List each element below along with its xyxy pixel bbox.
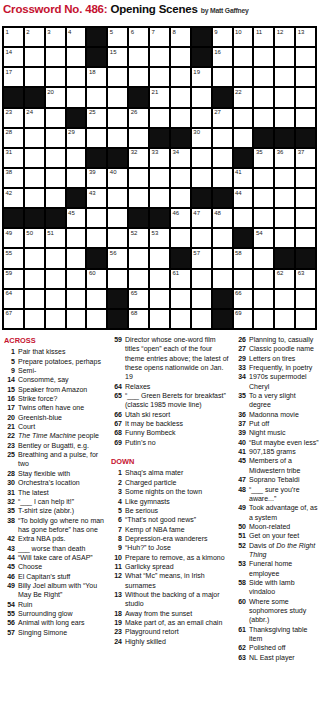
white-cell[interactable] — [45, 47, 66, 67]
clue-down-18: 18Away from the sunset — [109, 609, 230, 618]
white-cell[interactable] — [295, 87, 316, 107]
clue-text: Semi- — [18, 366, 104, 375]
white-cell[interactable] — [149, 67, 170, 87]
white-cell[interactable] — [66, 87, 87, 107]
white-cell[interactable] — [128, 47, 149, 67]
clue-text: “But maybe even less” — [249, 438, 319, 447]
white-cell[interactable] — [274, 67, 295, 87]
white-cell[interactable] — [149, 108, 170, 128]
clue-text: “___ sure you’re aware...” — [249, 485, 319, 504]
cell-number: 5 — [110, 29, 113, 36]
white-cell[interactable] — [45, 309, 66, 329]
white-cell[interactable]: 28 — [3, 128, 24, 148]
clue-across-31: 31The latest — [2, 488, 104, 497]
white-cell[interactable]: 34 — [170, 148, 191, 168]
clue-number: 37 — [233, 419, 249, 428]
white-cell[interactable] — [86, 289, 107, 309]
black-cell — [24, 87, 45, 107]
clue-across-32: 32“___ I can help it!” — [2, 497, 104, 506]
clue-text: Make part of, as an email chain — [125, 618, 230, 627]
white-cell[interactable] — [212, 228, 233, 248]
white-cell[interactable] — [253, 289, 274, 309]
white-cell[interactable]: 38 — [3, 168, 24, 188]
clue-down-13: 13Without the backing of a major studio — [109, 590, 230, 609]
white-cell[interactable] — [253, 309, 274, 329]
white-cell[interactable] — [274, 228, 295, 248]
white-cell[interactable] — [233, 208, 254, 228]
white-cell[interactable] — [24, 168, 45, 188]
clue-text: Billy Joel album with “You May Be Right” — [18, 581, 104, 600]
clue-number: 15 — [2, 385, 18, 394]
white-cell[interactable]: 22 — [233, 87, 254, 107]
white-cell[interactable] — [66, 228, 87, 248]
clue-text: Kemp of NBA fame — [125, 525, 230, 534]
clue-down-6: 6“That’s not good news” — [109, 515, 230, 524]
white-cell[interactable]: 35 — [253, 148, 274, 168]
white-cell[interactable] — [212, 168, 233, 188]
cell-number: 26 — [131, 109, 138, 116]
white-cell[interactable] — [295, 47, 316, 67]
white-cell[interactable] — [66, 67, 87, 87]
white-cell[interactable]: 68 — [128, 309, 149, 329]
white-cell[interactable] — [170, 168, 191, 188]
white-cell[interactable] — [45, 128, 66, 148]
white-cell[interactable]: 39 — [86, 168, 107, 188]
cell-number: 65 — [131, 290, 138, 297]
clue-text: T-shirt size (abbr.) — [18, 506, 104, 515]
white-cell[interactable]: 47 — [191, 208, 212, 228]
white-cell[interactable] — [107, 188, 128, 208]
white-cell[interactable]: 9 — [212, 27, 233, 47]
white-cell[interactable] — [253, 87, 274, 107]
white-cell[interactable] — [253, 47, 274, 67]
white-cell[interactable] — [66, 47, 87, 67]
black-cell — [212, 289, 233, 309]
white-cell[interactable] — [191, 289, 212, 309]
white-cell[interactable]: 53 — [149, 228, 170, 248]
clue-down-2: 2Charged particle — [109, 478, 230, 487]
white-cell[interactable]: 45 — [66, 208, 87, 228]
white-cell[interactable] — [170, 47, 191, 67]
white-cell[interactable] — [295, 188, 316, 208]
clue-number: 13 — [109, 590, 125, 599]
clue-number: 61 — [233, 625, 249, 634]
white-cell[interactable] — [170, 228, 191, 248]
cell-number: 27 — [214, 109, 221, 116]
white-cell[interactable] — [128, 67, 149, 87]
white-cell[interactable]: 3 — [45, 27, 66, 47]
white-cell[interactable] — [212, 269, 233, 289]
white-cell[interactable]: 66 — [233, 289, 254, 309]
clue-number: 58 — [233, 578, 249, 587]
white-cell[interactable] — [274, 87, 295, 107]
white-cell[interactable]: 59 — [3, 269, 24, 289]
white-cell[interactable]: 50 — [24, 228, 45, 248]
white-cell[interactable]: 32 — [128, 148, 149, 168]
clue-number: 17 — [2, 403, 18, 412]
clue-down-4: 4Like gymnasts — [109, 497, 230, 506]
cell-number: 14 — [6, 49, 13, 56]
clue-text: Pair that kisses — [18, 347, 104, 356]
clue-number: 36 — [233, 410, 249, 419]
white-cell[interactable] — [212, 128, 233, 148]
white-cell[interactable]: 19 — [191, 67, 212, 87]
white-cell[interactable]: 55 — [3, 248, 24, 268]
clue-across-9: 9Semi- — [2, 366, 104, 375]
white-cell[interactable] — [253, 188, 274, 208]
clue-number: 21 — [2, 422, 18, 431]
white-cell[interactable]: 51 — [45, 228, 66, 248]
white-cell[interactable]: 1 — [3, 27, 24, 47]
cell-number: 28 — [6, 129, 13, 136]
white-cell[interactable]: 40 — [107, 168, 128, 188]
clue-text: Breathing and a pulse, for two — [18, 450, 104, 469]
white-cell[interactable] — [107, 67, 128, 87]
white-cell[interactable]: 27 — [212, 108, 233, 128]
white-cell[interactable]: 58 — [233, 248, 254, 268]
cell-number: 37 — [298, 149, 305, 156]
white-cell[interactable] — [191, 168, 212, 188]
white-cell[interactable] — [45, 168, 66, 188]
white-cell[interactable] — [253, 108, 274, 128]
clue-down-10: 10Prepare to remove, as a kimono — [109, 553, 230, 562]
white-cell[interactable] — [191, 108, 212, 128]
white-cell[interactable] — [66, 168, 87, 188]
white-cell[interactable]: 24 — [24, 108, 45, 128]
white-cell[interactable]: 18 — [86, 67, 107, 87]
white-cell[interactable] — [86, 309, 107, 329]
white-cell[interactable] — [66, 248, 87, 268]
white-cell[interactable]: 20 — [45, 87, 66, 107]
white-cell[interactable] — [149, 289, 170, 309]
white-cell[interactable]: 36 — [274, 148, 295, 168]
cell-number: 51 — [47, 230, 54, 237]
white-cell[interactable]: 49 — [3, 228, 24, 248]
clue-number: 38 — [2, 516, 18, 525]
white-cell[interactable] — [295, 228, 316, 248]
clue-down-5: 5Be serious — [109, 506, 230, 515]
white-cell[interactable]: 5 — [107, 27, 128, 47]
clue-number: 46 — [2, 572, 18, 581]
white-cell[interactable]: 12 — [274, 27, 295, 47]
cell-number: 16 — [214, 49, 221, 56]
white-cell[interactable] — [212, 148, 233, 168]
clue-text: NL East player — [249, 653, 319, 662]
white-cell[interactable]: 57 — [191, 248, 212, 268]
clue-text: Speaker from Amazon — [18, 385, 104, 394]
white-cell[interactable] — [191, 148, 212, 168]
white-cell[interactable] — [24, 148, 45, 168]
white-cell[interactable] — [107, 228, 128, 248]
clue-number: 50 — [233, 522, 249, 531]
clue-text: Away from the sunset — [125, 609, 230, 618]
clue-down-49: 49Took advantage of, as a system — [233, 503, 319, 522]
clue-down-11: 11Garlicky spread — [109, 562, 230, 571]
white-cell[interactable] — [212, 67, 233, 87]
white-cell[interactable] — [66, 148, 87, 168]
white-cell[interactable]: 56 — [107, 248, 128, 268]
white-cell[interactable]: 25 — [86, 108, 107, 128]
white-cell[interactable]: 21 — [149, 87, 170, 107]
clue-text: Put off — [249, 419, 319, 428]
white-cell[interactable] — [24, 248, 45, 268]
white-cell[interactable] — [191, 269, 212, 289]
clue-text: ___ worse than death — [18, 544, 104, 553]
white-cell[interactable]: 29 — [66, 128, 87, 148]
clue-number: 65 — [109, 391, 125, 400]
clue-across-43: 43___ worse than death — [2, 544, 104, 553]
white-cell[interactable]: 60 — [86, 269, 107, 289]
white-cell[interactable] — [295, 108, 316, 128]
clue-across-30: 30Orchestra’s location — [2, 478, 104, 487]
cell-number: 20 — [47, 89, 54, 96]
white-cell[interactable] — [274, 208, 295, 228]
white-cell[interactable] — [24, 269, 45, 289]
white-cell[interactable]: 16 — [212, 47, 233, 67]
white-cell[interactable] — [149, 47, 170, 67]
white-cell[interactable]: 44 — [233, 188, 254, 208]
white-cell[interactable] — [170, 289, 191, 309]
clue-down-37: 37Put off — [233, 419, 319, 428]
black-cell — [274, 248, 295, 268]
white-cell[interactable]: 17 — [3, 67, 24, 87]
black-cell — [295, 248, 316, 268]
white-cell[interactable] — [295, 208, 316, 228]
white-cell[interactable] — [274, 168, 295, 188]
white-cell[interactable] — [274, 289, 295, 309]
white-cell[interactable] — [233, 108, 254, 128]
white-cell[interactable] — [170, 108, 191, 128]
page-title: Crossword No. 486:Opening Scenesby Matt … — [3, 3, 249, 15]
puzzle-series-title: Crossword No. 486: — [3, 3, 107, 15]
clue-number: 64 — [109, 382, 125, 391]
clue-across-54: 54Ruin — [2, 600, 104, 609]
black-cell — [170, 128, 191, 148]
clue-number: 67 — [109, 419, 125, 428]
white-cell[interactable]: 54 — [253, 228, 274, 248]
white-cell[interactable]: 62 — [274, 269, 295, 289]
white-cell[interactable]: 13 — [295, 27, 316, 47]
white-cell[interactable] — [86, 128, 107, 148]
clue-text: Stay flexible with — [18, 469, 104, 478]
white-cell[interactable] — [45, 289, 66, 309]
white-cell[interactable] — [233, 128, 254, 148]
clue-text: Depression-era wanderers — [125, 534, 230, 543]
cell-number: 67 — [6, 310, 13, 317]
white-cell[interactable] — [45, 269, 66, 289]
white-cell[interactable]: 2 — [24, 27, 45, 47]
clue-across-56: 56Animal with long ears — [2, 618, 104, 627]
black-cell — [107, 309, 128, 329]
white-cell[interactable]: 61 — [170, 269, 191, 289]
white-cell[interactable] — [45, 67, 66, 87]
white-cell[interactable] — [107, 208, 128, 228]
cell-number: 21 — [152, 89, 159, 96]
white-cell[interactable]: 14 — [3, 47, 24, 67]
white-cell[interactable] — [107, 108, 128, 128]
white-cell[interactable] — [128, 269, 149, 289]
white-cell[interactable] — [24, 67, 45, 87]
clue-text: Prepare to remove, as a kimono — [125, 553, 230, 562]
black-cell — [86, 27, 107, 47]
white-cell[interactable]: 69 — [233, 309, 254, 329]
clue-text: Bentley or Bugatti, e.g. — [18, 441, 104, 450]
clue-number: 27 — [233, 344, 249, 353]
white-cell[interactable] — [253, 208, 274, 228]
white-cell[interactable] — [107, 87, 128, 107]
white-cell[interactable]: 31 — [3, 148, 24, 168]
clue-across-23: 23Bentley or Bugatti, e.g. — [2, 441, 104, 450]
white-cell[interactable]: 63 — [295, 269, 316, 289]
white-cell[interactable] — [149, 188, 170, 208]
white-cell[interactable] — [128, 128, 149, 148]
white-cell[interactable] — [191, 309, 212, 329]
clue-down-45: 45Members of a Midwestern tribe — [233, 456, 319, 475]
white-cell[interactable]: 15 — [107, 47, 128, 67]
white-cell[interactable] — [253, 269, 274, 289]
clue-across-25: 25Breathing and a pulse, for two — [2, 450, 104, 469]
white-cell[interactable] — [66, 309, 87, 329]
white-cell[interactable]: 7 — [149, 27, 170, 47]
white-cell[interactable] — [24, 47, 45, 67]
clue-across-46: 46El Capitan’s stuff — [2, 572, 104, 581]
clue-number: 14 — [2, 375, 18, 384]
cell-number: 42 — [6, 190, 13, 197]
clue-number: 34 — [233, 372, 249, 381]
white-cell[interactable]: 64 — [3, 289, 24, 309]
white-cell[interactable]: 8 — [170, 27, 191, 47]
clue-number: 18 — [109, 609, 125, 618]
clue-number: 45 — [2, 562, 18, 571]
clue-down-58: 58Side with lamb vindaloo — [233, 578, 319, 597]
white-cell[interactable]: 52 — [128, 228, 149, 248]
white-cell[interactable]: 65 — [128, 289, 149, 309]
white-cell[interactable] — [253, 248, 274, 268]
crossword-grid: 1234567891011121314151617181920212223242… — [2, 26, 317, 330]
white-cell[interactable] — [66, 269, 87, 289]
clue-text: Court — [18, 422, 104, 431]
white-cell[interactable] — [295, 67, 316, 87]
clue-number: 30 — [2, 478, 18, 487]
white-cell[interactable]: 10 — [233, 27, 254, 47]
white-cell[interactable] — [233, 269, 254, 289]
white-cell[interactable] — [233, 67, 254, 87]
clue-number: 5 — [109, 506, 125, 515]
white-cell[interactable] — [170, 188, 191, 208]
white-cell[interactable] — [253, 168, 274, 188]
white-cell[interactable]: 33 — [149, 148, 170, 168]
white-cell[interactable] — [253, 67, 274, 87]
white-cell[interactable]: 67 — [3, 309, 24, 329]
white-cell[interactable]: 23 — [3, 108, 24, 128]
white-cell[interactable]: 41 — [233, 168, 254, 188]
white-cell[interactable]: 48 — [212, 208, 233, 228]
white-cell[interactable]: 42 — [3, 188, 24, 208]
cell-number: 56 — [110, 250, 117, 257]
white-cell[interactable] — [86, 87, 107, 107]
clue-text: Garlicky spread — [125, 562, 230, 571]
white-cell[interactable] — [274, 188, 295, 208]
white-cell[interactable] — [191, 87, 212, 107]
clue-across-28: 28Stay flexible with — [2, 469, 104, 478]
clue-number: 26 — [233, 335, 249, 344]
white-cell[interactable] — [45, 248, 66, 268]
clue-down-63: 63NL East player — [233, 653, 319, 662]
white-cell[interactable] — [45, 108, 66, 128]
white-cell[interactable] — [24, 289, 45, 309]
white-cell[interactable] — [45, 148, 66, 168]
white-cell[interactable] — [24, 128, 45, 148]
white-cell[interactable] — [149, 269, 170, 289]
white-cell[interactable] — [191, 228, 212, 248]
clue-down-60: 60Where some sophomores study (abbr.) — [233, 597, 319, 625]
clue-across-20: 20Greenish-blue — [2, 413, 104, 422]
white-cell[interactable] — [107, 128, 128, 148]
white-cell[interactable] — [128, 248, 149, 268]
cell-number: 3 — [47, 29, 50, 36]
clue-down-12: 12What “Mc” means, in Irish surnames — [109, 571, 230, 590]
white-cell[interactable] — [149, 168, 170, 188]
white-cell[interactable]: 11 — [253, 27, 274, 47]
white-cell[interactable] — [86, 228, 107, 248]
white-cell[interactable]: 37 — [295, 148, 316, 168]
white-cell[interactable] — [295, 289, 316, 309]
white-cell[interactable] — [128, 188, 149, 208]
white-cell[interactable] — [274, 108, 295, 128]
clue-down-33: 33Frequently, in poetry — [233, 363, 319, 372]
white-cell[interactable] — [295, 309, 316, 329]
puzzle-name: Opening Scenes — [110, 3, 197, 15]
white-cell[interactable]: 4 — [66, 27, 87, 47]
white-cell[interactable] — [66, 289, 87, 309]
white-cell[interactable] — [170, 67, 191, 87]
cell-number: 7 — [152, 29, 155, 36]
clue-down-34: 341970s supermodel Cheryl — [233, 372, 319, 391]
white-cell[interactable] — [233, 47, 254, 67]
white-cell[interactable] — [274, 309, 295, 329]
white-cell[interactable] — [212, 248, 233, 268]
white-cell[interactable] — [86, 208, 107, 228]
white-cell[interactable] — [170, 87, 191, 107]
white-cell[interactable]: 26 — [128, 108, 149, 128]
clue-down-9: 9“Huh?” to Jose — [109, 543, 230, 552]
cell-number: 44 — [235, 190, 242, 197]
white-cell[interactable]: 6 — [128, 27, 149, 47]
white-cell[interactable] — [24, 188, 45, 208]
cell-number: 63 — [298, 270, 305, 277]
white-cell[interactable] — [149, 248, 170, 268]
clue-number: 29 — [233, 354, 249, 363]
white-cell[interactable]: 30 — [191, 128, 212, 148]
white-cell[interactable]: 46 — [170, 208, 191, 228]
black-cell — [191, 27, 212, 47]
white-cell[interactable] — [149, 309, 170, 329]
clue-across-35: 35T-shirt size (abbr.) — [2, 506, 104, 515]
cell-number: 48 — [214, 210, 221, 217]
clue-number: 57 — [2, 628, 18, 637]
white-cell[interactable]: 43 — [86, 188, 107, 208]
white-cell[interactable] — [170, 309, 191, 329]
white-cell[interactable] — [107, 269, 128, 289]
white-cell[interactable] — [295, 168, 316, 188]
white-cell[interactable] — [45, 188, 66, 208]
clue-down-27: 27Classic poodle name — [233, 344, 319, 353]
white-cell[interactable] — [24, 309, 45, 329]
clue-number: 39 — [233, 428, 249, 437]
white-cell[interactable] — [274, 47, 295, 67]
clue-down-7: 7Kemp of NBA fame — [109, 525, 230, 534]
white-cell[interactable] — [128, 168, 149, 188]
